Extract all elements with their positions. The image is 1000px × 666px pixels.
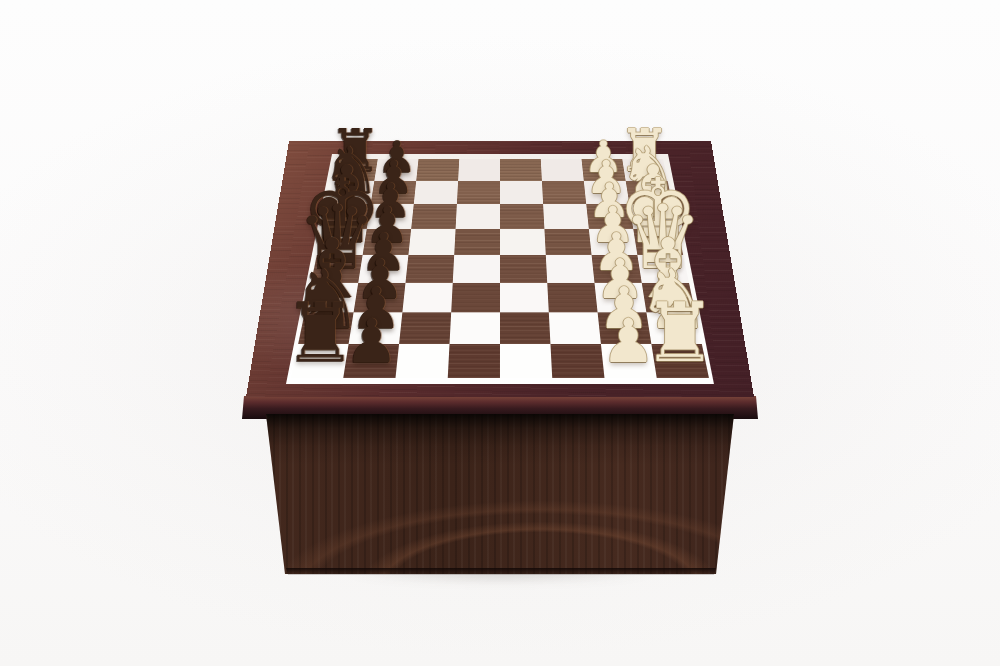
storage-box-base [0,414,1000,574]
square-r1c3-dark [457,181,500,204]
square-r2c4-dark [500,204,544,229]
square-r6c2-dark [399,312,451,344]
square-r7c2-light [395,344,449,378]
square-r1c4-light [500,181,543,204]
square-r0c2-dark [416,159,459,181]
square-r5c3-dark [451,283,500,313]
square-r3c4-light [500,229,546,255]
square-r1c5-dark [542,181,586,204]
piece-black-pawn: ♟ [345,311,399,371]
square-r4c2-dark [405,255,454,283]
square-r2c5-light [543,204,589,229]
square-r6c5-light [549,312,601,344]
square-r0c5-light [541,159,584,181]
square-r3c3-dark [454,229,500,255]
box-bottom-shadow-line [0,568,1000,575]
square-r2c2-dark [411,204,457,229]
square-r3c5-dark [544,229,591,255]
square-r3c2-light [408,229,455,255]
square-r6c3-light [450,312,500,344]
square-r7c5-dark [550,344,604,378]
square-r4c5-light [546,255,595,283]
chess-box-product-photo: ♜♟♟♜♞♟♟♞♝♟♟♝♚♟♟♚♛♟♟♛♝♟♟♝♞♟♟♞♜♟♟♜ [0,0,1000,666]
square-r7c4-light [500,344,552,378]
square-r4c3-light [453,255,500,283]
piece-white-rook: ♜ [643,292,717,374]
square-r5c4-light [500,283,549,313]
square-r6c4-dark [500,312,550,344]
square-r0c3-light [458,159,500,181]
square-r5c2-light [402,283,452,313]
square-r4c4-dark [500,255,547,283]
square-r0c4-dark [500,159,542,181]
square-r5c5-dark [547,283,597,313]
square-r1c2-light [414,181,458,204]
square-r7c3-dark [448,344,500,378]
square-r2c3-light [456,204,500,229]
